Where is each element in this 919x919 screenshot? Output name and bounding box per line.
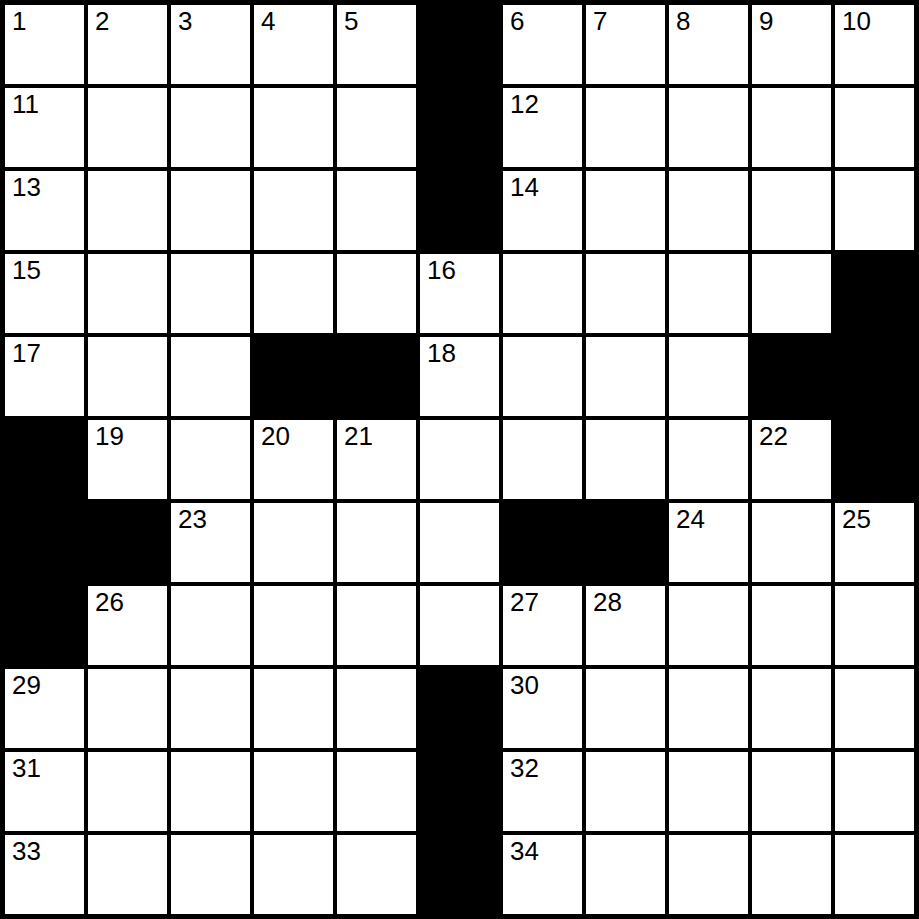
- clue-number-32: 32: [510, 754, 539, 784]
- white-cell-r11c5[interactable]: [337, 835, 416, 914]
- white-cell-r5c7[interactable]: [503, 337, 582, 416]
- clue-number-16: 16: [427, 256, 456, 286]
- black-cell-r1c6: [420, 5, 499, 84]
- white-cell-r3c11[interactable]: [835, 171, 914, 250]
- black-cell-r5c10: [752, 337, 831, 416]
- white-cell-r6c2[interactable]: 19: [88, 420, 167, 499]
- white-cell-r2c8[interactable]: [586, 88, 665, 167]
- white-cell-r10c3[interactable]: [171, 752, 250, 831]
- white-cell-r8c5[interactable]: [337, 586, 416, 665]
- white-cell-r9c5[interactable]: [337, 669, 416, 748]
- clue-number-30: 30: [510, 671, 539, 701]
- white-cell-r6c10[interactable]: 22: [752, 420, 831, 499]
- white-cell-r11c8[interactable]: [586, 835, 665, 914]
- white-cell-r6c3[interactable]: [171, 420, 250, 499]
- white-cell-r8c6[interactable]: [420, 586, 499, 665]
- clue-number-12: 12: [510, 90, 539, 120]
- white-cell-r9c4[interactable]: [254, 669, 333, 748]
- white-cell-r11c2[interactable]: [88, 835, 167, 914]
- white-cell-r2c2[interactable]: [88, 88, 167, 167]
- white-cell-r11c7[interactable]: 34: [503, 835, 582, 914]
- white-cell-r8c10[interactable]: [752, 586, 831, 665]
- clue-number-21: 21: [344, 422, 373, 452]
- clue-number-28: 28: [593, 588, 622, 618]
- clue-number-13: 13: [12, 173, 41, 203]
- white-cell-r11c3[interactable]: [171, 835, 250, 914]
- crossword-board: 1234567891011121314151617181920212223242…: [0, 0, 919, 919]
- clue-number-20: 20: [261, 422, 290, 452]
- white-cell-r10c7[interactable]: 32: [503, 752, 582, 831]
- white-cell-r1c4[interactable]: 4: [254, 5, 333, 84]
- white-cell-r1c7[interactable]: 6: [503, 5, 582, 84]
- white-cell-r3c9[interactable]: [669, 171, 748, 250]
- white-cell-r4c9[interactable]: [669, 254, 748, 333]
- white-cell-r4c1[interactable]: 15: [5, 254, 84, 333]
- black-cell-r7c7: [503, 503, 582, 582]
- white-cell-r3c1[interactable]: 13: [5, 171, 84, 250]
- white-cell-r11c11[interactable]: [835, 835, 914, 914]
- white-cell-r1c9[interactable]: 8: [669, 5, 748, 84]
- white-cell-r1c8[interactable]: 7: [586, 5, 665, 84]
- clue-number-6: 6: [510, 7, 524, 37]
- white-cell-r11c9[interactable]: [669, 835, 748, 914]
- clue-number-8: 8: [676, 7, 690, 37]
- clue-number-14: 14: [510, 173, 539, 203]
- white-cell-r9c11[interactable]: [835, 669, 914, 748]
- white-cell-r3c4[interactable]: [254, 171, 333, 250]
- white-cell-r1c5[interactable]: 5: [337, 5, 416, 84]
- clue-number-29: 29: [12, 671, 41, 701]
- white-cell-r8c7[interactable]: 27: [503, 586, 582, 665]
- white-cell-r4c4[interactable]: [254, 254, 333, 333]
- white-cell-r8c9[interactable]: [669, 586, 748, 665]
- black-cell-r6c1: [5, 420, 84, 499]
- white-cell-r10c2[interactable]: [88, 752, 167, 831]
- white-cell-r9c3[interactable]: [171, 669, 250, 748]
- white-cell-r6c8[interactable]: [586, 420, 665, 499]
- clue-number-19: 19: [95, 422, 124, 452]
- clue-number-5: 5: [344, 7, 358, 37]
- white-cell-r9c7[interactable]: 30: [503, 669, 582, 748]
- white-cell-r1c10[interactable]: 9: [752, 5, 831, 84]
- black-cell-r7c1: [5, 503, 84, 582]
- white-cell-r9c9[interactable]: [669, 669, 748, 748]
- white-cell-r1c2[interactable]: 2: [88, 5, 167, 84]
- white-cell-r6c5[interactable]: 21: [337, 420, 416, 499]
- white-cell-r7c11[interactable]: 25: [835, 503, 914, 582]
- black-cell-r10c6: [420, 752, 499, 831]
- white-cell-r4c8[interactable]: [586, 254, 665, 333]
- white-cell-r2c4[interactable]: [254, 88, 333, 167]
- black-cell-r6c11: [835, 420, 914, 499]
- clue-number-15: 15: [12, 256, 41, 286]
- white-cell-r6c7[interactable]: [503, 420, 582, 499]
- clue-number-25: 25: [842, 505, 871, 535]
- black-cell-r7c2: [88, 503, 167, 582]
- clue-number-31: 31: [12, 754, 41, 784]
- black-cell-r5c11: [835, 337, 914, 416]
- white-cell-r5c3[interactable]: [171, 337, 250, 416]
- white-cell-r2c7[interactable]: 12: [503, 88, 582, 167]
- black-cell-r3c6: [420, 171, 499, 250]
- clue-number-24: 24: [676, 505, 705, 535]
- white-cell-r9c10[interactable]: [752, 669, 831, 748]
- white-cell-r10c9[interactable]: [669, 752, 748, 831]
- white-cell-r9c1[interactable]: 29: [5, 669, 84, 748]
- white-cell-r10c10[interactable]: [752, 752, 831, 831]
- black-cell-r5c4: [254, 337, 333, 416]
- white-cell-r10c4[interactable]: [254, 752, 333, 831]
- white-cell-r2c11[interactable]: [835, 88, 914, 167]
- clue-number-10: 10: [842, 7, 871, 37]
- white-cell-r8c8[interactable]: 28: [586, 586, 665, 665]
- clue-number-4: 4: [261, 7, 275, 37]
- white-cell-r4c3[interactable]: [171, 254, 250, 333]
- black-cell-r5c5: [337, 337, 416, 416]
- white-cell-r4c5[interactable]: [337, 254, 416, 333]
- white-cell-r11c4[interactable]: [254, 835, 333, 914]
- black-cell-r8c1: [5, 586, 84, 665]
- clue-number-33: 33: [12, 837, 41, 867]
- clue-number-26: 26: [95, 588, 124, 618]
- white-cell-r7c5[interactable]: [337, 503, 416, 582]
- white-cell-r9c8[interactable]: [586, 669, 665, 748]
- clue-number-23: 23: [178, 505, 207, 535]
- clue-number-27: 27: [510, 588, 539, 618]
- white-cell-r5c6[interactable]: 18: [420, 337, 499, 416]
- white-cell-r2c5[interactable]: [337, 88, 416, 167]
- white-cell-r8c3[interactable]: [171, 586, 250, 665]
- clue-number-3: 3: [178, 7, 192, 37]
- clue-number-11: 11: [12, 90, 39, 120]
- white-cell-r6c9[interactable]: [669, 420, 748, 499]
- white-cell-r4c7[interactable]: [503, 254, 582, 333]
- white-cell-r8c2[interactable]: 26: [88, 586, 167, 665]
- white-cell-r10c11[interactable]: [835, 752, 914, 831]
- white-cell-r2c1[interactable]: 11: [5, 88, 84, 167]
- black-cell-r9c6: [420, 669, 499, 748]
- white-cell-r11c10[interactable]: [752, 835, 831, 914]
- white-cell-r7c6[interactable]: [420, 503, 499, 582]
- clue-number-18: 18: [427, 339, 456, 369]
- white-cell-r10c1[interactable]: 31: [5, 752, 84, 831]
- white-cell-r3c7[interactable]: 14: [503, 171, 582, 250]
- white-cell-r6c4[interactable]: 20: [254, 420, 333, 499]
- clue-number-34: 34: [510, 837, 539, 867]
- clue-number-1: 1: [12, 7, 26, 37]
- white-cell-r7c9[interactable]: 24: [669, 503, 748, 582]
- white-cell-r3c10[interactable]: [752, 171, 831, 250]
- white-cell-r2c9[interactable]: [669, 88, 748, 167]
- white-cell-r11c1[interactable]: 33: [5, 835, 84, 914]
- white-cell-r10c5[interactable]: [337, 752, 416, 831]
- white-cell-r1c11[interactable]: 10: [835, 5, 914, 84]
- white-cell-r9c2[interactable]: [88, 669, 167, 748]
- clue-number-22: 22: [759, 422, 788, 452]
- white-cell-r1c1[interactable]: 1: [5, 5, 84, 84]
- white-cell-r7c10[interactable]: [752, 503, 831, 582]
- clue-number-17: 17: [12, 339, 41, 369]
- black-cell-r11c6: [420, 835, 499, 914]
- clue-number-2: 2: [95, 7, 109, 37]
- white-cell-r3c5[interactable]: [337, 171, 416, 250]
- white-cell-r8c11[interactable]: [835, 586, 914, 665]
- white-cell-r5c2[interactable]: [88, 337, 167, 416]
- white-cell-r3c2[interactable]: [88, 171, 167, 250]
- clue-number-7: 7: [593, 7, 607, 37]
- black-cell-r2c6: [420, 88, 499, 167]
- white-cell-r4c10[interactable]: [752, 254, 831, 333]
- white-cell-r10c8[interactable]: [586, 752, 665, 831]
- white-cell-r4c2[interactable]: [88, 254, 167, 333]
- white-cell-r3c3[interactable]: [171, 171, 250, 250]
- white-cell-r5c8[interactable]: [586, 337, 665, 416]
- white-cell-r3c8[interactable]: [586, 171, 665, 250]
- white-cell-r2c3[interactable]: [171, 88, 250, 167]
- black-cell-r7c8: [586, 503, 665, 582]
- white-cell-r7c3[interactable]: 23: [171, 503, 250, 582]
- white-cell-r8c4[interactable]: [254, 586, 333, 665]
- black-cell-r4c11: [835, 254, 914, 333]
- white-cell-r5c9[interactable]: [669, 337, 748, 416]
- white-cell-r5c1[interactable]: 17: [5, 337, 84, 416]
- white-cell-r2c10[interactable]: [752, 88, 831, 167]
- white-cell-r4c6[interactable]: 16: [420, 254, 499, 333]
- white-cell-r1c3[interactable]: 3: [171, 5, 250, 84]
- clue-number-9: 9: [759, 7, 773, 37]
- white-cell-r6c6[interactable]: [420, 420, 499, 499]
- white-cell-r7c4[interactable]: [254, 503, 333, 582]
